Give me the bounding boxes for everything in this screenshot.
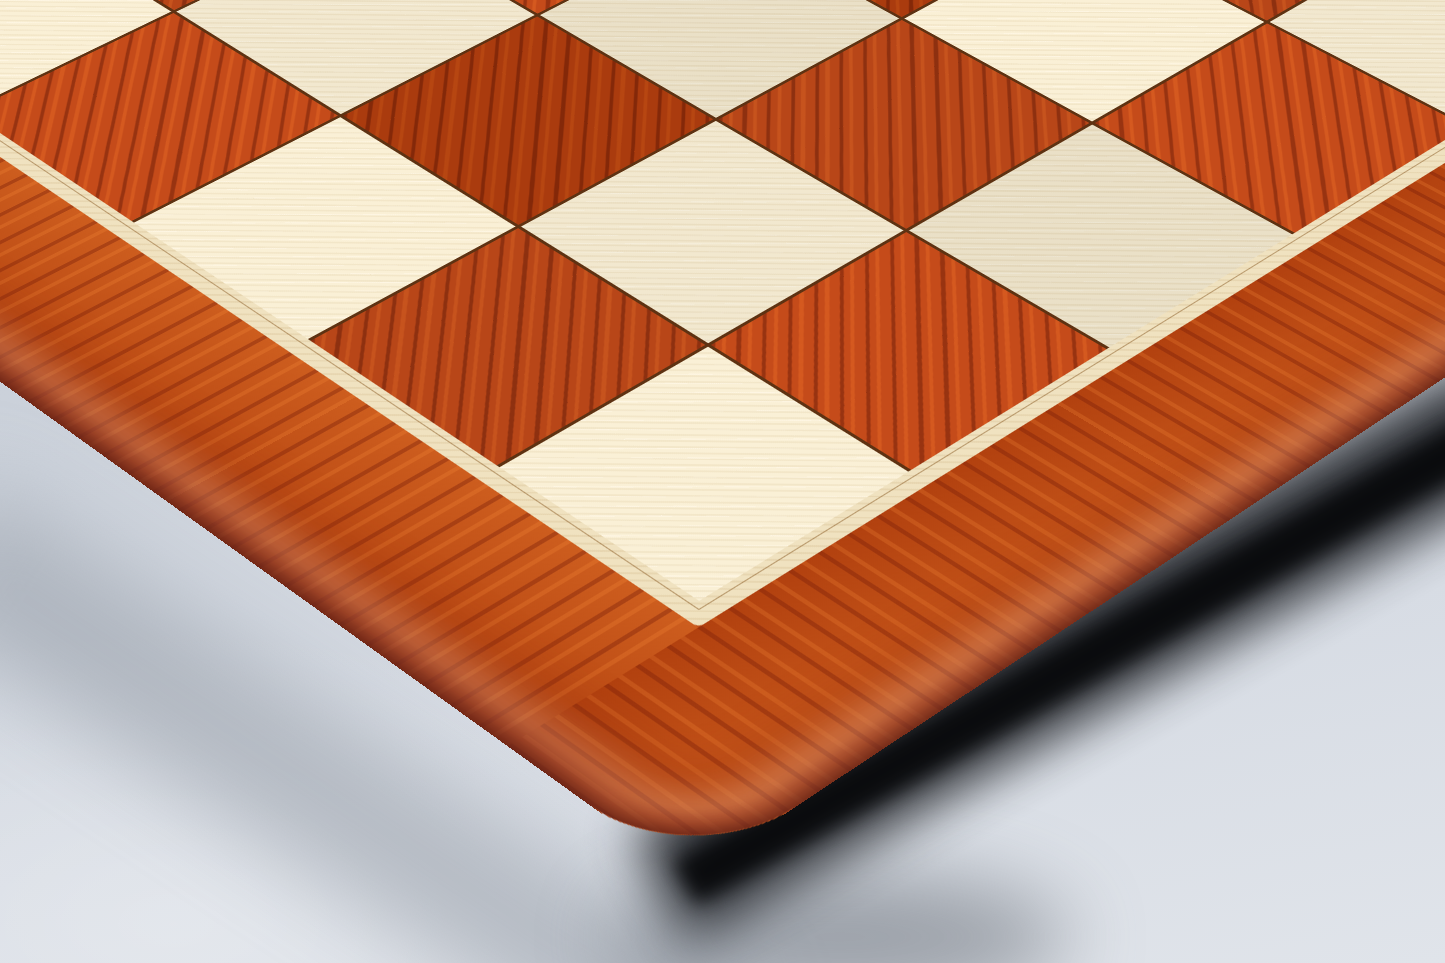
scene: [0, 0, 1445, 963]
perspective-wrapper: [6, 0, 1445, 224]
board-shadow-corner: [610, 872, 1070, 963]
chess-board: [0, 0, 1445, 876]
